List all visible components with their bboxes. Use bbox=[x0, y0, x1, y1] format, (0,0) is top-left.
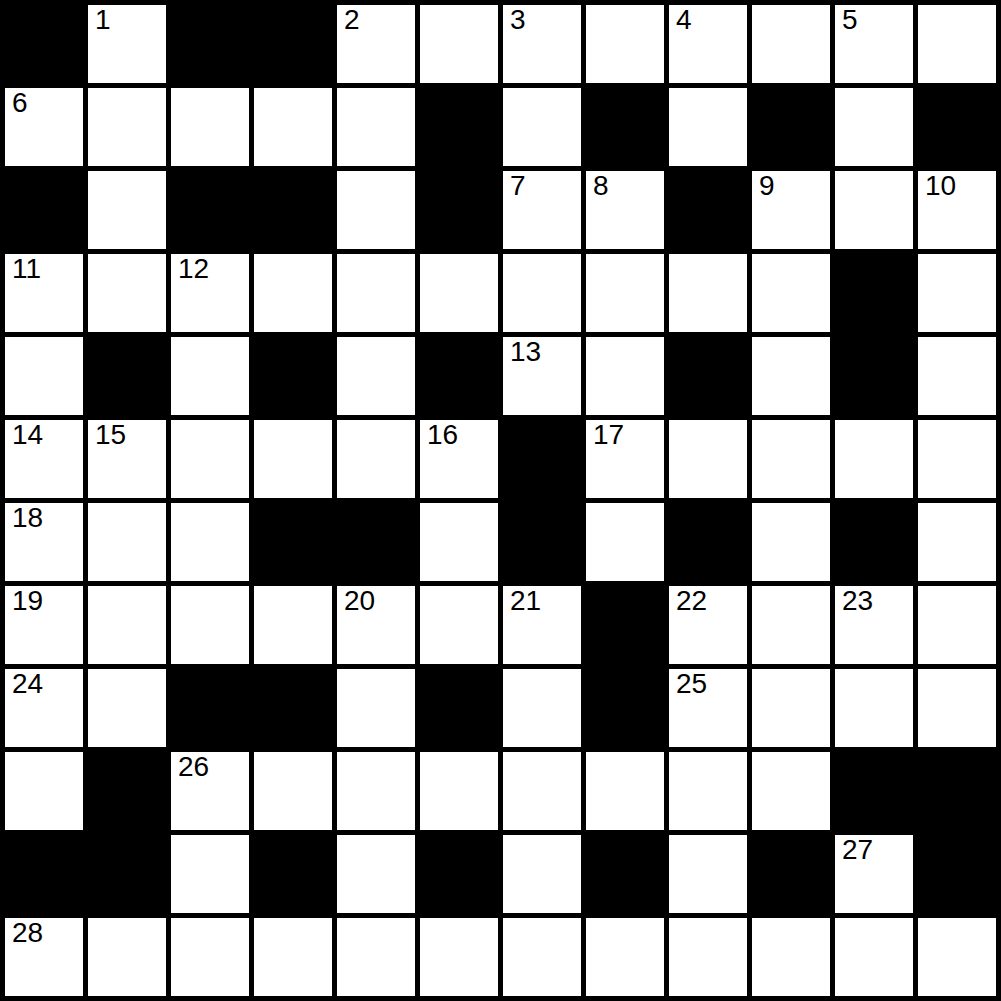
black-cell-r3c10 bbox=[835, 254, 913, 332]
clue-number: 21 bbox=[510, 587, 541, 615]
clue-number: 28 bbox=[12, 919, 43, 947]
black-cell-r7c7 bbox=[586, 586, 664, 664]
clue-number: 11 bbox=[12, 255, 41, 283]
clue-number: 9 bbox=[759, 172, 775, 200]
white-cell-r11c10[interactable] bbox=[835, 918, 913, 996]
white-cell-r3c1[interactable] bbox=[88, 254, 166, 332]
clue-number: 26 bbox=[178, 753, 209, 781]
clue-number: 10 bbox=[925, 172, 956, 200]
white-cell-r3c3[interactable] bbox=[254, 254, 332, 332]
black-cell-r10c5 bbox=[420, 835, 498, 913]
white-cell-r6c5[interactable] bbox=[420, 503, 498, 581]
white-cell-r4c9[interactable] bbox=[752, 337, 830, 415]
white-cell-r9c8[interactable] bbox=[669, 752, 747, 830]
black-cell-r5c6 bbox=[503, 420, 581, 498]
white-cell-r0c9[interactable] bbox=[752, 5, 830, 83]
white-cell-r7c9[interactable] bbox=[752, 586, 830, 664]
white-cell-r0c7[interactable] bbox=[586, 5, 664, 83]
white-cell-r1c10[interactable] bbox=[835, 88, 913, 166]
white-cell-r4c0[interactable] bbox=[5, 337, 83, 415]
white-cell-r2c9[interactable]: 9 bbox=[752, 171, 830, 249]
white-cell-r5c11[interactable] bbox=[918, 420, 996, 498]
white-cell-r11c8[interactable] bbox=[669, 918, 747, 996]
white-cell-r5c1[interactable]: 15 bbox=[88, 420, 166, 498]
white-cell-r8c6[interactable] bbox=[503, 669, 581, 747]
white-cell-r2c6[interactable]: 7 bbox=[503, 171, 581, 249]
white-cell-r7c10[interactable]: 23 bbox=[835, 586, 913, 664]
clue-number: 15 bbox=[95, 421, 126, 449]
white-cell-r1c1[interactable] bbox=[88, 88, 166, 166]
white-cell-r5c10[interactable] bbox=[835, 420, 913, 498]
white-cell-r10c10[interactable]: 27 bbox=[835, 835, 913, 913]
black-cell-r2c3 bbox=[254, 171, 332, 249]
black-cell-r0c2 bbox=[171, 5, 249, 83]
white-cell-r0c10[interactable]: 5 bbox=[835, 5, 913, 83]
black-cell-r6c3 bbox=[254, 503, 332, 581]
white-cell-r4c11[interactable] bbox=[918, 337, 996, 415]
white-cell-r0c11[interactable] bbox=[918, 5, 996, 83]
white-cell-r3c9[interactable] bbox=[752, 254, 830, 332]
white-cell-r11c1[interactable] bbox=[88, 918, 166, 996]
black-cell-r1c11 bbox=[918, 88, 996, 166]
black-cell-r9c1 bbox=[88, 752, 166, 830]
white-cell-r5c9[interactable] bbox=[752, 420, 830, 498]
black-cell-r10c9 bbox=[752, 835, 830, 913]
white-cell-r0c6[interactable]: 3 bbox=[503, 5, 581, 83]
white-cell-r5c5[interactable]: 16 bbox=[420, 420, 498, 498]
white-cell-r3c6[interactable] bbox=[503, 254, 581, 332]
white-cell-r9c2[interactable]: 26 bbox=[171, 752, 249, 830]
white-cell-r3c7[interactable] bbox=[586, 254, 664, 332]
white-cell-r1c0[interactable]: 6 bbox=[5, 88, 83, 166]
white-cell-r6c0[interactable]: 18 bbox=[5, 503, 83, 581]
white-cell-r7c1[interactable] bbox=[88, 586, 166, 664]
white-cell-r5c2[interactable] bbox=[171, 420, 249, 498]
white-cell-r7c8[interactable]: 22 bbox=[669, 586, 747, 664]
clue-number: 12 bbox=[178, 255, 209, 283]
white-cell-r11c9[interactable] bbox=[752, 918, 830, 996]
white-cell-r3c11[interactable] bbox=[918, 254, 996, 332]
white-cell-r9c4[interactable] bbox=[337, 752, 415, 830]
black-cell-r8c2 bbox=[171, 669, 249, 747]
white-cell-r5c0[interactable]: 14 bbox=[5, 420, 83, 498]
white-cell-r1c4[interactable] bbox=[337, 88, 415, 166]
black-cell-r10c0 bbox=[5, 835, 83, 913]
black-cell-r8c3 bbox=[254, 669, 332, 747]
black-cell-r2c0 bbox=[5, 171, 83, 249]
white-cell-r7c5[interactable] bbox=[420, 586, 498, 664]
white-cell-r9c6[interactable] bbox=[503, 752, 581, 830]
black-cell-r10c11 bbox=[918, 835, 996, 913]
black-cell-r4c10 bbox=[835, 337, 913, 415]
white-cell-r11c11[interactable] bbox=[918, 918, 996, 996]
white-cell-r5c7[interactable]: 17 bbox=[586, 420, 664, 498]
white-cell-r3c4[interactable] bbox=[337, 254, 415, 332]
black-cell-r6c6 bbox=[503, 503, 581, 581]
white-cell-r2c10[interactable] bbox=[835, 171, 913, 249]
white-cell-r5c3[interactable] bbox=[254, 420, 332, 498]
black-cell-r0c3 bbox=[254, 5, 332, 83]
clue-number: 27 bbox=[842, 836, 873, 864]
white-cell-r1c3[interactable] bbox=[254, 88, 332, 166]
black-cell-r10c1 bbox=[88, 835, 166, 913]
white-cell-r7c6[interactable]: 21 bbox=[503, 586, 581, 664]
white-cell-r6c11[interactable] bbox=[918, 503, 996, 581]
white-cell-r4c6[interactable]: 13 bbox=[503, 337, 581, 415]
white-cell-r2c11[interactable]: 10 bbox=[918, 171, 996, 249]
white-cell-r2c4[interactable] bbox=[337, 171, 415, 249]
clue-number: 24 bbox=[12, 670, 43, 698]
white-cell-r5c4[interactable] bbox=[337, 420, 415, 498]
white-cell-r11c7[interactable] bbox=[586, 918, 664, 996]
black-cell-r4c3 bbox=[254, 337, 332, 415]
black-cell-r1c5 bbox=[420, 88, 498, 166]
white-cell-r0c1[interactable]: 1 bbox=[88, 5, 166, 83]
black-cell-r10c7 bbox=[586, 835, 664, 913]
white-cell-r8c0[interactable]: 24 bbox=[5, 669, 83, 747]
white-cell-r6c9[interactable] bbox=[752, 503, 830, 581]
white-cell-r1c6[interactable] bbox=[503, 88, 581, 166]
white-cell-r10c8[interactable] bbox=[669, 835, 747, 913]
white-cell-r11c4[interactable] bbox=[337, 918, 415, 996]
white-cell-r8c4[interactable] bbox=[337, 669, 415, 747]
white-cell-r8c8[interactable]: 25 bbox=[669, 669, 747, 747]
black-cell-r2c8 bbox=[669, 171, 747, 249]
white-cell-r8c1[interactable] bbox=[88, 669, 166, 747]
clue-number: 7 bbox=[510, 172, 526, 200]
white-cell-r11c6[interactable] bbox=[503, 918, 581, 996]
white-cell-r11c2[interactable] bbox=[171, 918, 249, 996]
clue-number: 16 bbox=[427, 421, 458, 449]
black-cell-r6c10 bbox=[835, 503, 913, 581]
black-cell-r8c7 bbox=[586, 669, 664, 747]
white-cell-r2c1[interactable] bbox=[88, 171, 166, 249]
clue-number: 4 bbox=[676, 6, 692, 34]
white-cell-r8c10[interactable] bbox=[835, 669, 913, 747]
white-cell-r10c4[interactable] bbox=[337, 835, 415, 913]
clue-number: 2 bbox=[344, 6, 360, 34]
black-cell-r8c5 bbox=[420, 669, 498, 747]
clue-number: 25 bbox=[676, 670, 707, 698]
clue-number: 5 bbox=[842, 6, 858, 34]
white-cell-r4c2[interactable] bbox=[171, 337, 249, 415]
white-cell-r3c8[interactable] bbox=[669, 254, 747, 332]
clue-number: 14 bbox=[12, 421, 43, 449]
white-cell-r3c5[interactable] bbox=[420, 254, 498, 332]
black-cell-r4c1 bbox=[88, 337, 166, 415]
white-cell-r7c4[interactable]: 20 bbox=[337, 586, 415, 664]
clue-number: 1 bbox=[95, 6, 111, 34]
white-cell-r4c7[interactable] bbox=[586, 337, 664, 415]
black-cell-r4c5 bbox=[420, 337, 498, 415]
white-cell-r0c8[interactable]: 4 bbox=[669, 5, 747, 83]
white-cell-r9c3[interactable] bbox=[254, 752, 332, 830]
crossword-board: 1234567891011121314151617181920212223242… bbox=[0, 0, 1001, 1001]
white-cell-r11c5[interactable] bbox=[420, 918, 498, 996]
black-cell-r1c7 bbox=[586, 88, 664, 166]
black-cell-r0c0 bbox=[5, 5, 83, 83]
black-cell-r10c3 bbox=[254, 835, 332, 913]
white-cell-r8c9[interactable] bbox=[752, 669, 830, 747]
white-cell-r7c0[interactable]: 19 bbox=[5, 586, 83, 664]
white-cell-r10c2[interactable] bbox=[171, 835, 249, 913]
clue-number: 23 bbox=[842, 587, 873, 615]
white-cell-r5c8[interactable] bbox=[669, 420, 747, 498]
white-cell-r6c7[interactable] bbox=[586, 503, 664, 581]
white-cell-r7c2[interactable] bbox=[171, 586, 249, 664]
black-cell-r2c5 bbox=[420, 171, 498, 249]
white-cell-r9c5[interactable] bbox=[420, 752, 498, 830]
white-cell-r9c7[interactable] bbox=[586, 752, 664, 830]
white-cell-r6c2[interactable] bbox=[171, 503, 249, 581]
clue-number: 3 bbox=[510, 6, 526, 34]
white-cell-r6c1[interactable] bbox=[88, 503, 166, 581]
white-cell-r8c11[interactable] bbox=[918, 669, 996, 747]
clue-number: 18 bbox=[12, 504, 43, 532]
clue-number: 13 bbox=[510, 338, 541, 366]
white-cell-r7c11[interactable] bbox=[918, 586, 996, 664]
black-cell-r9c11 bbox=[918, 752, 996, 830]
clue-number: 17 bbox=[593, 421, 624, 449]
black-cell-r4c8 bbox=[669, 337, 747, 415]
clue-number: 8 bbox=[593, 172, 609, 200]
white-cell-r7c3[interactable] bbox=[254, 586, 332, 664]
white-cell-r10c6[interactable] bbox=[503, 835, 581, 913]
black-cell-r6c8 bbox=[669, 503, 747, 581]
clue-number: 19 bbox=[12, 587, 43, 615]
white-cell-r9c9[interactable] bbox=[752, 752, 830, 830]
white-cell-r1c8[interactable] bbox=[669, 88, 747, 166]
white-cell-r0c5[interactable] bbox=[420, 5, 498, 83]
clue-number: 22 bbox=[676, 587, 707, 615]
black-cell-r2c2 bbox=[171, 171, 249, 249]
black-cell-r1c9 bbox=[752, 88, 830, 166]
black-cell-r6c4 bbox=[337, 503, 415, 581]
black-cell-r9c10 bbox=[835, 752, 913, 830]
white-cell-r3c0[interactable]: 11 bbox=[5, 254, 83, 332]
white-cell-r1c2[interactable] bbox=[171, 88, 249, 166]
white-cell-r11c0[interactable]: 28 bbox=[5, 918, 83, 996]
clue-number: 20 bbox=[344, 587, 375, 615]
white-cell-r3c2[interactable]: 12 bbox=[171, 254, 249, 332]
white-cell-r11c3[interactable] bbox=[254, 918, 332, 996]
white-cell-r4c4[interactable] bbox=[337, 337, 415, 415]
white-cell-r0c4[interactable]: 2 bbox=[337, 5, 415, 83]
white-cell-r9c0[interactable] bbox=[5, 752, 83, 830]
white-cell-r2c7[interactable]: 8 bbox=[586, 171, 664, 249]
clue-number: 6 bbox=[12, 89, 28, 117]
